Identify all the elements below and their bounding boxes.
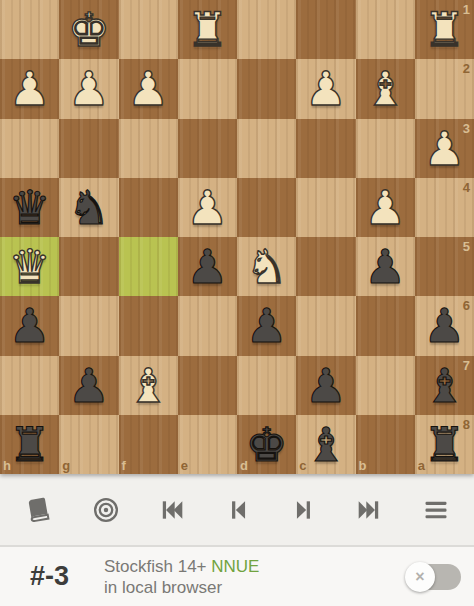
- engine-name: Stockfish 14+: [104, 557, 207, 576]
- square-e6[interactable]: [178, 296, 237, 355]
- next-move-button[interactable]: [285, 491, 323, 529]
- square-c5[interactable]: [296, 237, 355, 296]
- square-c3[interactable]: [296, 119, 355, 178]
- white-bishop-b2[interactable]: ♝: [364, 65, 406, 112]
- white-queen-h5[interactable]: ♛: [9, 243, 51, 290]
- square-h4[interactable]: ♛: [0, 178, 59, 237]
- square-c6[interactable]: [296, 296, 355, 355]
- square-f3[interactable]: [119, 119, 178, 178]
- black-pawn-d6[interactable]: ♟: [246, 302, 288, 349]
- square-f8[interactable]: f: [119, 415, 178, 474]
- square-a4[interactable]: 4: [415, 178, 474, 237]
- square-d4[interactable]: [237, 178, 296, 237]
- square-d1[interactable]: [237, 0, 296, 59]
- square-g3[interactable]: [59, 119, 118, 178]
- square-g8[interactable]: g: [59, 415, 118, 474]
- square-a7[interactable]: ♝7: [415, 356, 474, 415]
- square-f6[interactable]: [119, 296, 178, 355]
- rank-label-5: 5: [463, 239, 470, 254]
- chess-board: ♚♜♜1♟♟♟♟♝2♟3♛♞♟♟4♛♟♞♟5♟♟♟6♟♝♟♝7♜hgfe♚d♝c…: [0, 0, 474, 474]
- black-king-d8[interactable]: ♚: [246, 421, 288, 468]
- white-rook-e1[interactable]: ♜: [186, 6, 228, 53]
- white-bishop-f7[interactable]: ♝: [127, 362, 169, 409]
- black-pawn-g7[interactable]: ♟: [68, 362, 110, 409]
- square-e5[interactable]: ♟: [178, 237, 237, 296]
- square-b4[interactable]: ♟: [356, 178, 415, 237]
- square-c4[interactable]: [296, 178, 355, 237]
- engine-toggle-knob: ×: [405, 562, 435, 592]
- square-e2[interactable]: [178, 59, 237, 118]
- square-h1[interactable]: [0, 0, 59, 59]
- square-f1[interactable]: [119, 0, 178, 59]
- white-pawn-h2[interactable]: ♟: [9, 65, 51, 112]
- book-icon: [24, 496, 52, 524]
- square-c2[interactable]: ♟: [296, 59, 355, 118]
- opening-book-button[interactable]: [18, 490, 58, 530]
- square-h8[interactable]: ♜h: [0, 415, 59, 474]
- black-rook-a8[interactable]: ♜: [423, 421, 465, 468]
- previous-move-button[interactable]: [219, 491, 257, 529]
- square-d2[interactable]: [237, 59, 296, 118]
- square-b8[interactable]: b: [356, 415, 415, 474]
- square-b7[interactable]: [356, 356, 415, 415]
- analysis-toolbar: [0, 474, 474, 545]
- target-icon: [92, 496, 120, 524]
- black-rook-h8[interactable]: ♜: [9, 421, 51, 468]
- square-h5[interactable]: ♛: [0, 237, 59, 296]
- engine-location: in local browser: [104, 578, 222, 597]
- file-label-d: d: [240, 458, 248, 473]
- square-a2[interactable]: 2: [415, 59, 474, 118]
- square-e3[interactable]: [178, 119, 237, 178]
- black-bishop-a7[interactable]: ♝: [423, 362, 465, 409]
- evaluation-text: #-3: [30, 561, 92, 592]
- square-b5[interactable]: ♟: [356, 237, 415, 296]
- white-pawn-c2[interactable]: ♟: [305, 65, 347, 112]
- close-icon: ×: [415, 568, 424, 586]
- white-rook-a1[interactable]: ♜: [423, 6, 465, 53]
- black-pawn-a6[interactable]: ♟: [423, 302, 465, 349]
- engine-toggle[interactable]: ×: [407, 564, 461, 590]
- black-queen-h4[interactable]: ♛: [9, 184, 51, 231]
- black-pawn-h6[interactable]: ♟: [9, 302, 51, 349]
- file-label-g: g: [62, 458, 70, 473]
- skip-to-start-icon: [159, 497, 185, 523]
- rank-label-8: 8: [463, 417, 470, 432]
- black-pawn-e5[interactable]: ♟: [186, 243, 228, 290]
- engine-nnue-badge: NNUE: [211, 557, 259, 576]
- square-f2[interactable]: ♟: [119, 59, 178, 118]
- step-back-icon: [225, 497, 251, 523]
- analysis-gauge-button[interactable]: [86, 490, 126, 530]
- square-b6[interactable]: [356, 296, 415, 355]
- square-g5[interactable]: [59, 237, 118, 296]
- file-label-h: h: [3, 458, 11, 473]
- square-g1[interactable]: ♚: [59, 0, 118, 59]
- rank-label-1: 1: [463, 2, 470, 17]
- white-pawn-e4[interactable]: ♟: [186, 184, 228, 231]
- engine-info: Stockfish 14+ NNUE in local browser: [104, 556, 407, 598]
- square-b2[interactable]: ♝: [356, 59, 415, 118]
- square-c7[interactable]: ♟: [296, 356, 355, 415]
- square-a6[interactable]: ♟6: [415, 296, 474, 355]
- square-g2[interactable]: ♟: [59, 59, 118, 118]
- square-h2[interactable]: ♟: [0, 59, 59, 118]
- file-label-f: f: [122, 458, 126, 473]
- black-knight-g4[interactable]: ♞: [68, 184, 110, 231]
- square-e1[interactable]: ♜: [178, 0, 237, 59]
- square-e7[interactable]: [178, 356, 237, 415]
- black-pawn-b5[interactable]: ♟: [364, 243, 406, 290]
- square-g4[interactable]: ♞: [59, 178, 118, 237]
- square-c8[interactable]: ♝c: [296, 415, 355, 474]
- engine-bar: #-3 Stockfish 14+ NNUE in local browser …: [0, 545, 474, 606]
- square-e4[interactable]: ♟: [178, 178, 237, 237]
- square-c1[interactable]: [296, 0, 355, 59]
- file-label-e: e: [181, 458, 188, 473]
- rank-label-2: 2: [463, 61, 470, 76]
- file-label-a: a: [418, 458, 425, 473]
- first-move-button[interactable]: [153, 491, 191, 529]
- square-h7[interactable]: [0, 356, 59, 415]
- hamburger-icon: [422, 496, 450, 524]
- file-label-b: b: [359, 458, 367, 473]
- square-a8[interactable]: ♜a8: [415, 415, 474, 474]
- white-pawn-a3[interactable]: ♟: [423, 125, 465, 172]
- rank-label-7: 7: [463, 358, 470, 373]
- square-d8[interactable]: ♚d: [237, 415, 296, 474]
- square-e8[interactable]: e: [178, 415, 237, 474]
- last-move-button[interactable]: [350, 491, 388, 529]
- square-f7[interactable]: ♝: [119, 356, 178, 415]
- black-bishop-c8[interactable]: ♝: [305, 421, 347, 468]
- square-f4[interactable]: [119, 178, 178, 237]
- square-f5[interactable]: [119, 237, 178, 296]
- rank-label-4: 4: [463, 180, 470, 195]
- white-pawn-b4[interactable]: ♟: [364, 184, 406, 231]
- white-pawn-f2[interactable]: ♟: [127, 65, 169, 112]
- white-knight-d5[interactable]: ♞: [246, 243, 288, 290]
- square-h3[interactable]: [0, 119, 59, 178]
- square-g6[interactable]: [59, 296, 118, 355]
- square-a1[interactable]: ♜1: [415, 0, 474, 59]
- square-a5[interactable]: 5: [415, 237, 474, 296]
- square-b3[interactable]: [356, 119, 415, 178]
- square-d6[interactable]: ♟: [237, 296, 296, 355]
- square-g7[interactable]: ♟: [59, 356, 118, 415]
- square-a3[interactable]: ♟3: [415, 119, 474, 178]
- file-label-c: c: [299, 458, 306, 473]
- white-king-g1[interactable]: ♚: [68, 6, 110, 53]
- square-d3[interactable]: [237, 119, 296, 178]
- step-forward-icon: [291, 497, 317, 523]
- skip-to-end-icon: [356, 497, 382, 523]
- menu-button[interactable]: [416, 490, 456, 530]
- black-pawn-c7[interactable]: ♟: [305, 362, 347, 409]
- rank-label-3: 3: [463, 121, 470, 136]
- rank-label-6: 6: [463, 298, 470, 313]
- square-h6[interactable]: ♟: [0, 296, 59, 355]
- white-pawn-g2[interactable]: ♟: [68, 65, 110, 112]
- square-b1[interactable]: [356, 0, 415, 59]
- square-d7[interactable]: [237, 356, 296, 415]
- square-d5[interactable]: ♞: [237, 237, 296, 296]
